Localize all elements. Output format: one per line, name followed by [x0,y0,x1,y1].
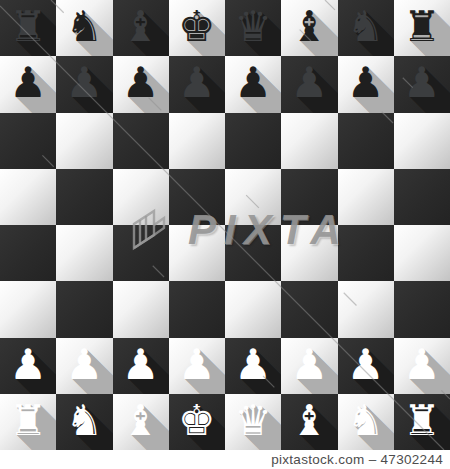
square-e5[interactable] [225,169,281,225]
square-f7[interactable]: ♟ [281,56,337,112]
square-e6[interactable] [225,113,281,169]
square-f6[interactable] [281,113,337,169]
square-c7[interactable]: ♟ [113,56,169,112]
square-a6[interactable] [0,113,56,169]
piece-black-pawn-f7[interactable]: ♟ [291,62,329,104]
square-c8[interactable]: ♝ [113,0,169,56]
square-h2[interactable]: ♟ [394,338,450,394]
square-d5[interactable] [169,169,225,225]
square-e3[interactable] [225,281,281,337]
square-a7[interactable]: ♟ [0,56,56,112]
piece-white-bishop-f1[interactable]: ♝ [291,400,329,442]
piece-white-knight-g1[interactable]: ♞ [347,400,385,442]
square-g6[interactable] [338,113,394,169]
square-e8[interactable]: ♛ [225,0,281,56]
square-a4[interactable] [0,225,56,281]
square-h8[interactable]: ♜ [394,0,450,56]
piece-white-knight-b1[interactable]: ♞ [66,400,104,442]
square-f3[interactable] [281,281,337,337]
piece-white-pawn-h2[interactable]: ♟ [403,344,441,386]
square-f4[interactable] [281,225,337,281]
square-h1[interactable]: ♜ [394,394,450,450]
piece-white-pawn-d2[interactable]: ♟ [178,344,216,386]
square-a8[interactable]: ♜ [0,0,56,56]
piece-black-queen-e8[interactable]: ♛ [234,6,272,48]
square-b4[interactable] [56,225,112,281]
piece-white-pawn-a2[interactable]: ♟ [9,344,47,386]
square-b5[interactable] [56,169,112,225]
square-d8[interactable]: ♚ [169,0,225,56]
piece-white-bishop-c1[interactable]: ♝ [122,400,160,442]
square-h4[interactable] [394,225,450,281]
footer-credit-text: pixtastock.com – 47302244 [271,452,443,467]
square-f1[interactable]: ♝ [281,394,337,450]
square-g7[interactable]: ♟ [338,56,394,112]
piece-white-king-d1[interactable]: ♚ [178,400,216,442]
square-g2[interactable]: ♟ [338,338,394,394]
square-c5[interactable] [113,169,169,225]
square-c4[interactable] [113,225,169,281]
piece-white-pawn-b2[interactable]: ♟ [66,344,104,386]
square-d7[interactable]: ♟ [169,56,225,112]
square-g8[interactable]: ♞ [338,0,394,56]
piece-white-rook-h1[interactable]: ♜ [403,400,441,442]
square-e2[interactable]: ♟ [225,338,281,394]
square-g4[interactable] [338,225,394,281]
square-a1[interactable]: ♜ [0,394,56,450]
piece-white-pawn-f2[interactable]: ♟ [291,344,329,386]
square-b6[interactable] [56,113,112,169]
piece-white-queen-e1[interactable]: ♛ [234,400,272,442]
square-b1[interactable]: ♞ [56,394,112,450]
piece-white-rook-a1[interactable]: ♜ [9,400,47,442]
square-b8[interactable]: ♞ [56,0,112,56]
square-e4[interactable] [225,225,281,281]
square-f2[interactable]: ♟ [281,338,337,394]
square-h3[interactable] [394,281,450,337]
square-d4[interactable] [169,225,225,281]
piece-black-pawn-c7[interactable]: ♟ [122,62,160,104]
square-c1[interactable]: ♝ [113,394,169,450]
square-d3[interactable] [169,281,225,337]
piece-black-bishop-f8[interactable]: ♝ [291,6,329,48]
piece-black-pawn-g7[interactable]: ♟ [347,62,385,104]
piece-black-knight-g8[interactable]: ♞ [347,6,385,48]
chess-board: ♜♞♝♚♛♝♞♜♟♟♟♟♟♟♟♟♟♟♟♟♟♟♟♟♜♞♝♚♛♝♞♜ [0,0,450,450]
stock-image: ♜♞♝♚♛♝♞♜♟♟♟♟♟♟♟♟♟♟♟♟♟♟♟♟♜♞♝♚♛♝♞♜ PIXTA p… [0,0,450,469]
square-b2[interactable]: ♟ [56,338,112,394]
square-a3[interactable] [0,281,56,337]
square-a2[interactable]: ♟ [0,338,56,394]
square-e1[interactable]: ♛ [225,394,281,450]
footer-bar: pixtastock.com – 47302244 [0,450,450,469]
piece-white-pawn-g2[interactable]: ♟ [347,344,385,386]
piece-white-pawn-c2[interactable]: ♟ [122,344,160,386]
square-d2[interactable]: ♟ [169,338,225,394]
piece-black-pawn-e7[interactable]: ♟ [234,62,272,104]
square-g5[interactable] [338,169,394,225]
square-c3[interactable] [113,281,169,337]
piece-black-king-d8[interactable]: ♚ [178,6,216,48]
square-c2[interactable]: ♟ [113,338,169,394]
square-f5[interactable] [281,169,337,225]
square-g3[interactable] [338,281,394,337]
piece-white-pawn-e2[interactable]: ♟ [234,344,272,386]
square-h6[interactable] [394,113,450,169]
piece-black-pawn-h7[interactable]: ♟ [403,62,441,104]
piece-black-knight-b8[interactable]: ♞ [66,6,104,48]
square-a5[interactable] [0,169,56,225]
piece-black-bishop-c8[interactable]: ♝ [122,6,160,48]
square-h5[interactable] [394,169,450,225]
square-e7[interactable]: ♟ [225,56,281,112]
piece-black-pawn-b7[interactable]: ♟ [66,62,104,104]
piece-black-pawn-a7[interactable]: ♟ [9,62,47,104]
square-h7[interactable]: ♟ [394,56,450,112]
square-c6[interactable] [113,113,169,169]
square-g1[interactable]: ♞ [338,394,394,450]
square-b3[interactable] [56,281,112,337]
square-d6[interactable] [169,113,225,169]
piece-black-rook-h8[interactable]: ♜ [403,6,441,48]
piece-black-rook-a8[interactable]: ♜ [9,6,47,48]
piece-black-pawn-d7[interactable]: ♟ [178,62,216,104]
square-f8[interactable]: ♝ [281,0,337,56]
square-d1[interactable]: ♚ [169,394,225,450]
square-b7[interactable]: ♟ [56,56,112,112]
